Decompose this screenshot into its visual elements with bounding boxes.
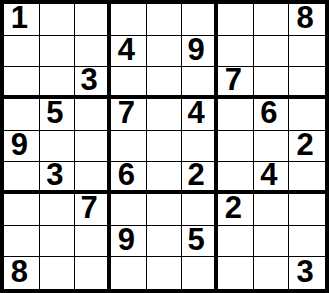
cell-r3c2[interactable] [40, 67, 76, 99]
cell-r5c1[interactable]: 9 [4, 131, 40, 163]
cell-r3c5[interactable] [147, 67, 183, 99]
cell-r2c4[interactable]: 4 [111, 36, 147, 68]
cell-r1c8[interactable] [254, 4, 290, 36]
cell-r4c8[interactable]: 6 [254, 99, 290, 131]
given-digit: 4 [188, 99, 205, 128]
cell-r8c9[interactable] [289, 226, 325, 258]
cell-r2c2[interactable] [40, 36, 76, 68]
cell-r7c3[interactable]: 7 [75, 194, 111, 226]
cell-r8c7[interactable] [218, 226, 254, 258]
given-digit: 9 [188, 36, 205, 65]
cell-r1c6[interactable] [182, 4, 218, 36]
cell-r8c5[interactable] [147, 226, 183, 258]
given-digit: 8 [297, 4, 314, 33]
cell-r4c2[interactable]: 5 [40, 99, 76, 131]
cell-r1c9[interactable]: 8 [289, 4, 325, 36]
given-digit: 4 [260, 162, 277, 189]
cell-r6c9[interactable] [289, 162, 325, 194]
cell-r1c3[interactable] [75, 4, 111, 36]
given-digit: 2 [297, 131, 314, 160]
given-digit: 8 [11, 257, 28, 286]
cell-r9c6[interactable] [182, 257, 218, 289]
cell-r6c1[interactable] [4, 162, 40, 194]
given-digit: 7 [118, 99, 135, 128]
cell-r6c2[interactable]: 3 [40, 162, 76, 194]
cell-r4c3[interactable] [75, 99, 111, 131]
cell-r1c4[interactable] [111, 4, 147, 36]
cell-r5c5[interactable] [147, 131, 183, 163]
cell-r9c9[interactable]: 3 [289, 257, 325, 289]
given-digit: 7 [81, 194, 98, 223]
cell-r4c6[interactable]: 4 [182, 99, 218, 131]
given-digit: 1 [11, 4, 28, 33]
cell-r2c3[interactable] [75, 36, 111, 68]
cell-r3c1[interactable] [4, 67, 40, 99]
cell-r8c3[interactable] [75, 226, 111, 258]
cell-r7c4[interactable] [111, 194, 147, 226]
cell-r7c6[interactable] [182, 194, 218, 226]
cell-r6c8[interactable]: 4 [254, 162, 290, 194]
cell-r9c8[interactable] [254, 257, 290, 289]
cell-r2c7[interactable] [218, 36, 254, 68]
cell-r6c7[interactable] [218, 162, 254, 194]
cell-r6c5[interactable] [147, 162, 183, 194]
cell-r8c8[interactable] [254, 226, 290, 258]
cell-r3c3[interactable]: 3 [75, 67, 111, 99]
cell-r9c2[interactable] [40, 257, 76, 289]
cell-r2c8[interactable] [254, 36, 290, 68]
cell-r3c7[interactable]: 7 [218, 67, 254, 99]
sudoku-board: 1849375746923624729583 [0, 0, 329, 293]
cell-r9c5[interactable] [147, 257, 183, 289]
given-digit: 3 [81, 67, 98, 94]
given-digit: 6 [260, 99, 277, 128]
cell-r5c2[interactable] [40, 131, 76, 163]
cell-r3c9[interactable] [289, 67, 325, 99]
cell-r9c1[interactable]: 8 [4, 257, 40, 289]
cell-r6c3[interactable] [75, 162, 111, 194]
cell-r1c7[interactable] [218, 4, 254, 36]
given-digit: 7 [225, 67, 242, 94]
cell-r7c9[interactable] [289, 194, 325, 226]
cell-r2c9[interactable] [289, 36, 325, 68]
cell-r9c3[interactable] [75, 257, 111, 289]
cell-r4c7[interactable] [218, 99, 254, 131]
cell-r2c6[interactable]: 9 [182, 36, 218, 68]
given-digit: 6 [118, 162, 135, 189]
given-digit: 5 [46, 99, 63, 128]
cell-r8c1[interactable] [4, 226, 40, 258]
cell-r5c7[interactable] [218, 131, 254, 163]
cell-r2c1[interactable] [4, 36, 40, 68]
cell-r4c9[interactable] [289, 99, 325, 131]
given-digit: 5 [188, 226, 205, 255]
cell-r8c4[interactable]: 9 [111, 226, 147, 258]
cell-r1c5[interactable] [147, 4, 183, 36]
cell-r6c6[interactable]: 2 [182, 162, 218, 194]
cell-r6c4[interactable]: 6 [111, 162, 147, 194]
cell-r7c1[interactable] [4, 194, 40, 226]
cell-r7c5[interactable] [147, 194, 183, 226]
given-digit: 9 [11, 131, 28, 160]
cell-r3c8[interactable] [254, 67, 290, 99]
cell-r1c2[interactable] [40, 4, 76, 36]
cell-r5c8[interactable] [254, 131, 290, 163]
given-digit: 3 [297, 257, 314, 286]
cell-r1c1[interactable]: 1 [4, 4, 40, 36]
cell-r2c5[interactable] [147, 36, 183, 68]
cell-r7c8[interactable] [254, 194, 290, 226]
cell-r3c6[interactable] [182, 67, 218, 99]
given-digit: 2 [188, 162, 205, 189]
cell-r3c4[interactable] [111, 67, 147, 99]
given-digit: 4 [118, 36, 135, 65]
cell-r4c5[interactable] [147, 99, 183, 131]
given-digit: 3 [46, 162, 63, 189]
cell-r4c4[interactable]: 7 [111, 99, 147, 131]
cell-r8c6[interactable]: 5 [182, 226, 218, 258]
cell-r5c3[interactable] [75, 131, 111, 163]
cell-r7c7[interactable]: 2 [218, 194, 254, 226]
cell-r9c4[interactable] [111, 257, 147, 289]
cell-r9c7[interactable] [218, 257, 254, 289]
cell-r5c9[interactable]: 2 [289, 131, 325, 163]
cell-r8c2[interactable] [40, 226, 76, 258]
cell-r5c4[interactable] [111, 131, 147, 163]
given-digit: 2 [225, 194, 242, 223]
cell-r7c2[interactable] [40, 194, 76, 226]
cell-r4c1[interactable] [4, 99, 40, 131]
cell-r5c6[interactable] [182, 131, 218, 163]
given-digit: 9 [118, 226, 135, 255]
